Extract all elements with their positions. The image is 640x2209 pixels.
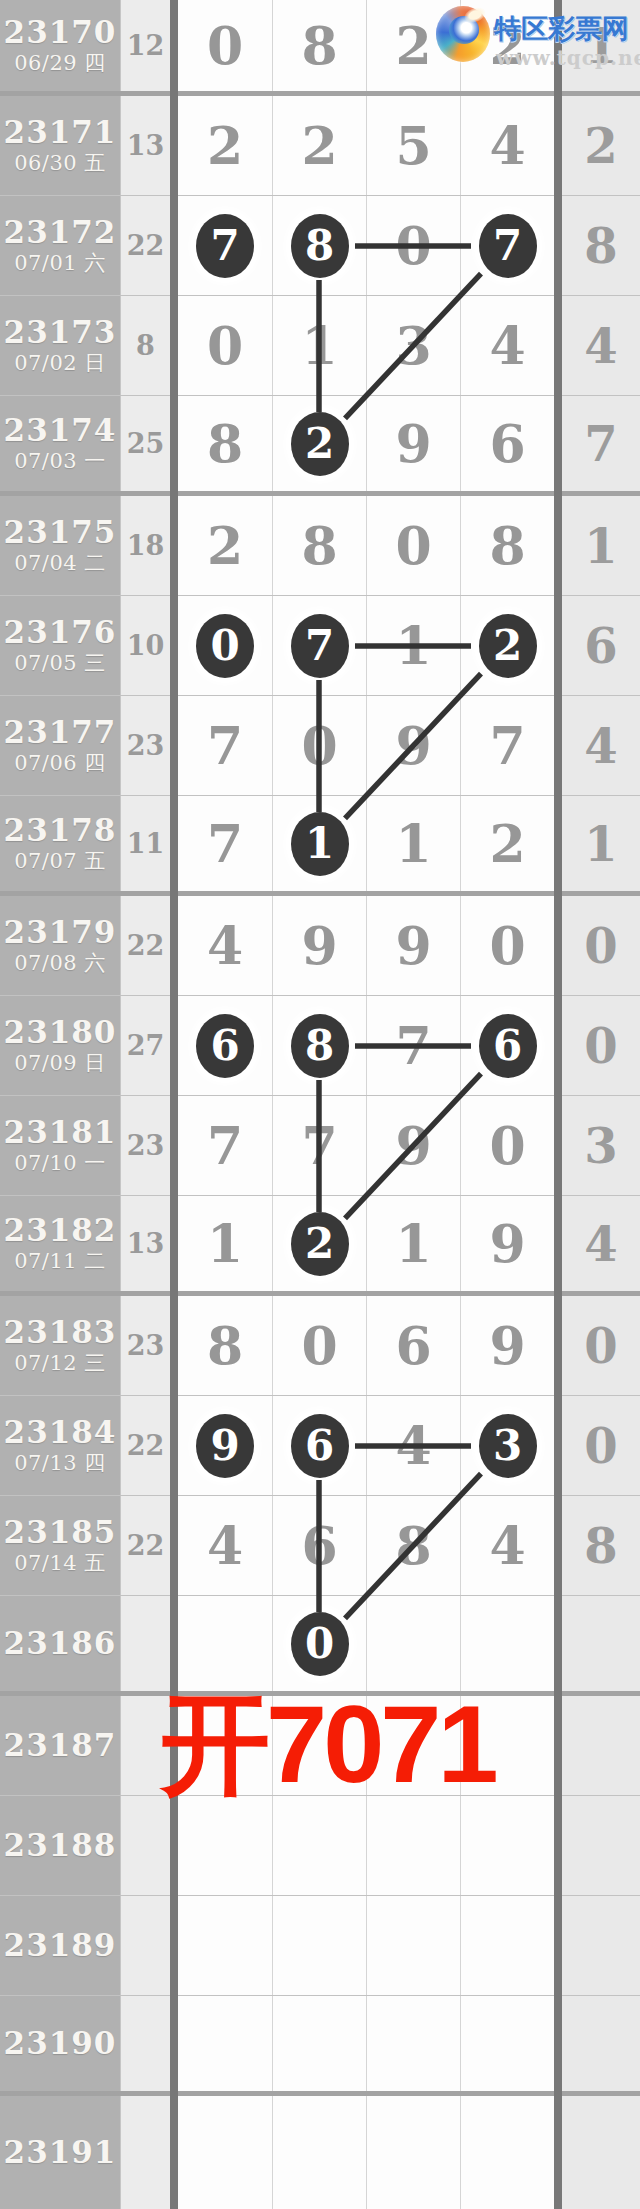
digit-cell: 4 <box>178 896 272 995</box>
tail-cell: 2 <box>562 96 640 195</box>
digit-cell <box>366 1996 460 2091</box>
site-logo[interactable]: 特区彩票网 www.tqcp.net <box>434 4 638 76</box>
sum-cell <box>120 2096 170 2209</box>
digit-cell: 9 <box>366 396 460 491</box>
circled-digit: 6 <box>479 1014 537 1078</box>
digit-cell: 8 <box>272 496 366 595</box>
sum-cell: 23 <box>120 696 170 795</box>
issue-cell: 2317207/01 六 <box>0 196 120 295</box>
digit-cell: 7 <box>272 596 366 695</box>
site-logo-text: 特区彩票网 <box>494 15 629 42</box>
sum-cell: 13 <box>120 1196 170 1291</box>
digit-cell: 9 <box>460 1196 554 1291</box>
digit-cell: 0 <box>366 196 460 295</box>
issue-cell: 2318307/12 三 <box>0 1296 120 1395</box>
draw-date: 06/29 四 <box>14 51 106 76</box>
digit-cell <box>178 1796 272 1895</box>
trend-chart-board: 2317006/29 四12082212317106/30 五132254223… <box>0 0 640 2209</box>
digit-cell <box>272 1796 366 1895</box>
digit-cell: 7 <box>460 696 554 795</box>
issue-number: 23178 <box>4 813 117 849</box>
issue-number: 23189 <box>4 1928 117 1964</box>
tail-cell <box>562 1996 640 2091</box>
digit-cell: 1 <box>178 1196 272 1291</box>
issue-number: 23170 <box>4 15 117 51</box>
issue-cell: 2317106/30 五 <box>0 96 120 195</box>
digit-cell: 0 <box>272 1596 366 1691</box>
circled-digit: 6 <box>291 1414 349 1478</box>
row-23175: 2317507/04 二1828081 <box>0 496 640 596</box>
sum-cell: 23 <box>120 1096 170 1195</box>
issue-cell: 2318507/14 五 <box>0 1496 120 1595</box>
digit-cell: 7 <box>366 996 460 1095</box>
draw-date: 07/02 日 <box>14 351 106 376</box>
tail-cell: 0 <box>562 1396 640 1495</box>
digit-cell: 8 <box>272 0 366 91</box>
tail-cell: 4 <box>562 1196 640 1291</box>
digit-cell <box>272 2096 366 2209</box>
digit-cell <box>460 1996 554 2091</box>
digit-cell: 1 <box>272 796 366 891</box>
digit-cell: 7 <box>178 796 272 891</box>
digit-cell: 4 <box>460 1496 554 1595</box>
draw-date: 07/11 二 <box>14 1249 106 1274</box>
digit-cell <box>272 1896 366 1995</box>
issue-number: 23182 <box>4 1213 117 1249</box>
digit-cell: 0 <box>178 596 272 695</box>
issue-number: 23183 <box>4 1315 117 1351</box>
digit-cell: 9 <box>366 1096 460 1195</box>
digit-cell <box>178 1596 272 1691</box>
digit-cell <box>366 1796 460 1895</box>
draw-date: 07/09 日 <box>14 1051 106 1076</box>
circled-digit: 6 <box>196 1014 254 1078</box>
digit-cell: 3 <box>366 296 460 395</box>
draw-date: 07/01 六 <box>14 251 106 276</box>
row-23191: 23191 <box>0 2096 640 2209</box>
digit-cell: 0 <box>272 1296 366 1395</box>
digit-cell: 9 <box>366 696 460 795</box>
digit-cell: 8 <box>366 1496 460 1595</box>
digit-cell <box>460 2096 554 2209</box>
digit-cell: 1 <box>366 796 460 891</box>
issue-cell: 23187 <box>0 1696 120 1795</box>
issue-number: 23181 <box>4 1115 117 1151</box>
digit-cell <box>366 1596 460 1691</box>
digit-cell: 8 <box>178 396 272 491</box>
issue-number: 23177 <box>4 715 117 751</box>
tail-cell: 4 <box>562 296 640 395</box>
draw-date: 07/04 二 <box>14 551 106 576</box>
tail-cell: 1 <box>562 496 640 595</box>
sum-cell: 22 <box>120 1396 170 1495</box>
issue-cell: 2317707/06 四 <box>0 696 120 795</box>
sum-cell <box>120 1996 170 2091</box>
digit-cell: 2 <box>272 396 366 491</box>
circled-digit: 0 <box>196 614 254 678</box>
digit-cell <box>460 1896 554 1995</box>
tail-cell: 4 <box>562 696 640 795</box>
circled-digit: 7 <box>291 614 349 678</box>
digit-cell: 6 <box>272 1396 366 1495</box>
digit-cell: 0 <box>460 896 554 995</box>
issue-cell: 2317006/29 四 <box>0 0 120 91</box>
draw-date: 07/14 五 <box>14 1551 106 1576</box>
draw-announcement: 开7071 <box>160 1688 495 1798</box>
issue-cell: 2317507/04 二 <box>0 496 120 595</box>
digit-cell: 7 <box>178 1096 272 1195</box>
row-23172: 2317207/01 六2278078 <box>0 196 640 296</box>
digit-cell: 2 <box>272 96 366 195</box>
digit-cell: 4 <box>460 296 554 395</box>
digit-cell: 2 <box>178 96 272 195</box>
sum-cell <box>120 1596 170 1691</box>
digit-cell <box>272 1996 366 2091</box>
site-watermark: www.tqcp.net <box>496 46 640 70</box>
digit-cell: 0 <box>272 696 366 795</box>
tail-cell <box>562 2096 640 2209</box>
digit-cell <box>366 2096 460 2209</box>
issue-number: 23190 <box>4 2026 117 2062</box>
draw-date: 07/05 三 <box>14 651 106 676</box>
tail-cell <box>562 1796 640 1895</box>
sum-cell: 11 <box>120 796 170 891</box>
tail-cell: 1 <box>562 796 640 891</box>
digit-cell: 9 <box>460 1296 554 1395</box>
issue-cell: 23189 <box>0 1896 120 1995</box>
tail-cell: 7 <box>562 396 640 491</box>
tail-cell: 8 <box>562 1496 640 1595</box>
issue-cell: 23188 <box>0 1796 120 1895</box>
draw-date: 06/30 五 <box>14 151 106 176</box>
digit-cell <box>460 1796 554 1895</box>
tail-cell: 6 <box>562 596 640 695</box>
digit-cell: 7 <box>178 696 272 795</box>
circled-digit: 2 <box>291 412 349 476</box>
circled-digit: 2 <box>291 1212 349 1276</box>
circled-digit: 8 <box>291 214 349 278</box>
sum-cell: 22 <box>120 896 170 995</box>
digit-cell <box>460 1596 554 1691</box>
sum-cell: 27 <box>120 996 170 1095</box>
issue-number: 23173 <box>4 315 117 351</box>
digit-cell <box>178 1996 272 2091</box>
row-23185: 2318507/14 五2246848 <box>0 1496 640 1596</box>
digit-cell: 6 <box>460 396 554 491</box>
row-23177: 2317707/06 四2370974 <box>0 696 640 796</box>
sum-cell: 13 <box>120 96 170 195</box>
tail-cell: 0 <box>562 896 640 995</box>
digit-cell: 5 <box>366 96 460 195</box>
issue-number: 23179 <box>4 915 117 951</box>
digit-cell: 0 <box>460 1096 554 1195</box>
circled-digit: 3 <box>479 1414 537 1478</box>
digit-cell: 8 <box>460 496 554 595</box>
digit-cell: 6 <box>366 1296 460 1395</box>
issue-number: 23187 <box>4 1728 117 1764</box>
issue-cell: 2317407/03 一 <box>0 396 120 491</box>
issue-cell: 23190 <box>0 1996 120 2091</box>
digit-cell: 7 <box>272 1096 366 1195</box>
digit-cell: 8 <box>178 1296 272 1395</box>
issue-number: 23174 <box>4 413 117 449</box>
tail-cell: 0 <box>562 996 640 1095</box>
row-23171: 2317106/30 五1322542 <box>0 96 640 196</box>
tail-cell <box>562 1596 640 1691</box>
row-23173: 2317307/02 日801344 <box>0 296 640 396</box>
issue-cell: 2318107/10 一 <box>0 1096 120 1195</box>
digit-cell: 3 <box>460 1396 554 1495</box>
digit-cell <box>366 1896 460 1995</box>
draw-date: 07/13 四 <box>14 1451 106 1476</box>
sum-cell: 18 <box>120 496 170 595</box>
sum-cell: 12 <box>120 0 170 91</box>
issue-cell: 23191 <box>0 2096 120 2209</box>
digit-cell: 8 <box>272 196 366 295</box>
issue-number: 23175 <box>4 515 117 551</box>
issue-cell: 23186 <box>0 1596 120 1691</box>
tail-cell: 0 <box>562 1296 640 1395</box>
digit-cell: 0 <box>178 0 272 91</box>
digit-cell: 4 <box>178 1496 272 1595</box>
draw-date: 07/08 六 <box>14 951 106 976</box>
circled-digit: 9 <box>196 1414 254 1478</box>
digit-cell: 2 <box>178 496 272 595</box>
digit-cell <box>178 2096 272 2209</box>
digit-cell: 7 <box>178 196 272 295</box>
digit-cell: 6 <box>460 996 554 1095</box>
digit-cell: 9 <box>366 896 460 995</box>
issue-cell: 2318007/09 日 <box>0 996 120 1095</box>
digit-cell: 2 <box>272 1196 366 1291</box>
draw-date: 07/10 一 <box>14 1151 106 1176</box>
issue-number: 23186 <box>4 1626 117 1662</box>
digit-cell: 2 <box>460 796 554 891</box>
row-23179: 2317907/08 六2249900 <box>0 896 640 996</box>
sum-cell: 23 <box>120 1296 170 1395</box>
sum-cell: 8 <box>120 296 170 395</box>
digit-cell: 2 <box>460 596 554 695</box>
row-23182: 2318207/11 二1312194 <box>0 1196 640 1296</box>
issue-number: 23176 <box>4 615 117 651</box>
draw-date: 07/07 五 <box>14 849 106 874</box>
row-23181: 2318107/10 一2377903 <box>0 1096 640 1196</box>
circled-digit: 0 <box>291 1612 349 1676</box>
draw-date: 07/03 一 <box>14 449 106 474</box>
issue-number: 23180 <box>4 1015 117 1051</box>
row-23184: 2318407/13 四2296430 <box>0 1396 640 1496</box>
issue-number: 23188 <box>4 1828 117 1864</box>
issue-cell: 2317807/07 五 <box>0 796 120 891</box>
sum-cell <box>120 1796 170 1895</box>
tail-cell: 3 <box>562 1096 640 1195</box>
sum-cell: 10 <box>120 596 170 695</box>
row-23190: 23190 <box>0 1996 640 2096</box>
issue-cell: 2317607/05 三 <box>0 596 120 695</box>
draw-date: 07/12 三 <box>14 1351 106 1376</box>
vertical-divider <box>170 0 178 2209</box>
digit-cell: 1 <box>366 1196 460 1291</box>
circled-digit: 7 <box>479 214 537 278</box>
sum-cell <box>120 1896 170 1995</box>
digit-cell: 8 <box>272 996 366 1095</box>
row-23189: 23189 <box>0 1896 640 1996</box>
digit-cell: 0 <box>178 296 272 395</box>
tail-cell <box>562 1696 640 1795</box>
digit-cell: 6 <box>178 996 272 1095</box>
digit-cell: 9 <box>178 1396 272 1495</box>
draw-date: 07/06 四 <box>14 751 106 776</box>
tail-cell: 8 <box>562 196 640 295</box>
issue-number: 23171 <box>4 115 117 151</box>
row-23183: 2318307/12 三2380690 <box>0 1296 640 1396</box>
digit-cell: 9 <box>272 896 366 995</box>
digit-cell: 0 <box>366 496 460 595</box>
digit-cell: 1 <box>272 296 366 395</box>
issue-cell: 2317307/02 日 <box>0 296 120 395</box>
digit-cell: 4 <box>460 96 554 195</box>
issue-cell: 2317907/08 六 <box>0 896 120 995</box>
tail-cell <box>562 1896 640 1995</box>
circled-digit: 1 <box>291 812 349 876</box>
row-23176: 2317607/05 三1007126 <box>0 596 640 696</box>
row-23178: 2317807/07 五1171121 <box>0 796 640 896</box>
row-23187: 23187开7071 <box>0 1696 640 1796</box>
digit-cell: 7 <box>460 196 554 295</box>
digit-cell <box>178 1896 272 1995</box>
circled-digit: 7 <box>196 214 254 278</box>
digit-cell: 6 <box>272 1496 366 1595</box>
vertical-divider <box>554 0 562 2209</box>
site-logo-swirl-icon <box>436 6 490 62</box>
issue-number: 23172 <box>4 215 117 251</box>
sum-cell: 22 <box>120 1496 170 1595</box>
sum-cell: 22 <box>120 196 170 295</box>
row-23180: 2318007/09 日2768760 <box>0 996 640 1096</box>
digit-cell: 1 <box>366 596 460 695</box>
sum-cell: 25 <box>120 396 170 491</box>
issue-cell: 2318407/13 四 <box>0 1396 120 1495</box>
row-23174: 2317407/03 一2582967 <box>0 396 640 496</box>
digit-cell: 4 <box>366 1396 460 1495</box>
circled-digit: 8 <box>291 1014 349 1078</box>
row-23188: 23188 <box>0 1796 640 1896</box>
issue-cell: 2318207/11 二 <box>0 1196 120 1291</box>
issue-number: 23191 <box>4 2135 117 2171</box>
issue-number: 23184 <box>4 1415 117 1451</box>
issue-number: 23185 <box>4 1515 117 1551</box>
circled-digit: 2 <box>479 614 537 678</box>
